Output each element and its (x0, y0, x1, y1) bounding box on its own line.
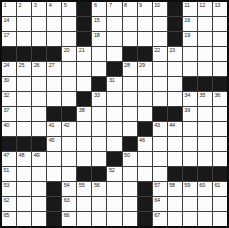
block-r8c12 (168, 107, 182, 121)
clue-number: 13 (214, 3, 220, 9)
cell-r4c7[interactable] (92, 47, 106, 61)
clue-number: 18 (94, 33, 100, 39)
cell-r13c9[interactable] (123, 182, 137, 196)
clue-number: 46 (139, 138, 145, 144)
cell-r9c11[interactable]: 43 (153, 122, 167, 136)
cell-r9c5[interactable]: 42 (62, 122, 76, 136)
block-r7c6 (77, 92, 91, 106)
cell-r4c15[interactable] (213, 47, 227, 61)
cell-r6c2[interactable] (17, 77, 31, 91)
clue-number: 21 (79, 48, 85, 54)
cell-r13c13[interactable]: 59 (183, 182, 197, 196)
cell-r10c15[interactable] (213, 137, 227, 151)
block-r4c4 (47, 47, 61, 61)
clue-number: 41 (49, 123, 55, 129)
cell-r14c1[interactable]: 62 (2, 197, 16, 211)
cell-r15c2[interactable] (17, 212, 31, 226)
cell-r7c4[interactable] (47, 92, 61, 106)
clue-number: 39 (184, 108, 190, 114)
clue-number: 52 (109, 168, 115, 174)
cell-r5c6[interactable] (77, 62, 91, 76)
cell-r10c10[interactable]: 46 (138, 137, 152, 151)
cell-r11c7[interactable] (92, 152, 106, 166)
cell-r9c13[interactable] (183, 122, 197, 136)
block-r4c10 (138, 47, 152, 61)
clue-number: 24 (4, 63, 10, 69)
cell-r4c11[interactable]: 22 (153, 47, 167, 61)
clue-number: 34 (184, 93, 190, 99)
cell-r3c1[interactable]: 17 (2, 32, 16, 46)
cell-r13c15[interactable]: 61 (213, 182, 227, 196)
cell-r14c12[interactable] (168, 197, 182, 211)
cell-r8c10[interactable] (138, 107, 152, 121)
cell-r3c8[interactable] (107, 32, 121, 46)
cell-r8c1[interactable]: 37 (2, 107, 16, 121)
block-r12c6 (77, 167, 91, 181)
clue-number: 14 (4, 18, 10, 24)
cell-r2c3[interactable] (32, 17, 46, 31)
block-r10c3 (32, 137, 46, 151)
clue-number: 12 (199, 3, 205, 9)
cell-r13c8[interactable] (107, 182, 121, 196)
cell-r4c6[interactable]: 21 (77, 47, 91, 61)
block-r4c3 (32, 47, 46, 61)
cell-r14c8[interactable] (107, 197, 121, 211)
clue-number: 45 (49, 138, 55, 144)
cell-r15c12[interactable] (168, 212, 182, 226)
block-r11c8 (107, 152, 121, 166)
clue-number: 57 (154, 183, 160, 189)
cell-r1c7[interactable]: 6 (92, 2, 106, 16)
block-r5c8 (107, 62, 121, 76)
block-r12c12 (168, 167, 182, 181)
cell-r3c14[interactable] (198, 32, 212, 46)
cell-r2c2[interactable] (17, 17, 31, 31)
cell-r1c11[interactable]: 10 (153, 2, 167, 16)
cell-r12c10[interactable] (138, 167, 152, 181)
cell-r6c9[interactable] (123, 77, 137, 91)
cell-r6c4[interactable] (47, 77, 61, 91)
cell-r7c9[interactable] (123, 92, 137, 106)
cell-r4c13[interactable] (183, 47, 197, 61)
clue-number: 5 (64, 3, 67, 9)
cell-r11c1[interactable]: 47 (2, 152, 16, 166)
cell-r14c3[interactable] (32, 197, 46, 211)
cell-r10c8[interactable] (107, 137, 121, 151)
cell-r1c14[interactable]: 12 (198, 2, 212, 16)
cell-r15c8[interactable] (107, 212, 121, 226)
clue-number: 60 (199, 183, 205, 189)
block-r12c13 (183, 167, 197, 181)
clue-number: 4 (49, 3, 52, 9)
cell-r13c12[interactable]: 58 (168, 182, 182, 196)
block-r8c5 (62, 107, 76, 121)
cell-r5c1[interactable]: 24 (2, 62, 16, 76)
block-r3c12 (168, 32, 182, 46)
clue-number: 44 (169, 123, 175, 129)
block-r6c14 (198, 77, 212, 91)
block-r4c1 (2, 47, 16, 61)
cell-r7c1[interactable]: 32 (2, 92, 16, 106)
block-r10c2 (17, 137, 31, 151)
clue-number: 25 (19, 63, 25, 69)
clue-number: 40 (4, 123, 10, 129)
clue-number: 17 (4, 33, 10, 39)
cell-r7c2[interactable] (17, 92, 31, 106)
cell-r10c7[interactable] (92, 137, 106, 151)
cell-r7c7[interactable]: 33 (92, 92, 106, 106)
cell-r13c1[interactable]: 53 (2, 182, 16, 196)
clue-number: 56 (94, 183, 100, 189)
cell-r3c7[interactable]: 18 (92, 32, 106, 46)
cell-r14c2[interactable] (17, 197, 31, 211)
cell-r9c2[interactable] (17, 122, 31, 136)
clue-number: 31 (109, 78, 115, 84)
cell-r12c1[interactable]: 51 (2, 167, 16, 181)
cell-r12c8[interactable]: 52 (107, 167, 121, 181)
cell-r14c14[interactable] (198, 197, 212, 211)
clue-number: 9 (139, 3, 142, 9)
clue-number: 6 (94, 3, 97, 9)
block-r6c13 (183, 77, 197, 91)
cell-r11c6[interactable] (77, 152, 91, 166)
cell-r7c14[interactable]: 35 (198, 92, 212, 106)
clue-number: 20 (64, 48, 70, 54)
clue-number: 16 (184, 18, 190, 24)
clue-number: 42 (64, 123, 70, 129)
cell-r15c15[interactable] (213, 212, 227, 226)
cell-r9c12[interactable]: 44 (168, 122, 182, 136)
cell-r9c1[interactable]: 40 (2, 122, 16, 136)
cell-r14c7[interactable] (92, 197, 106, 211)
cell-r1c2[interactable]: 2 (17, 2, 31, 16)
cell-r1c15[interactable]: 13 (213, 2, 227, 16)
clue-number: 15 (94, 18, 100, 24)
cell-r8c3[interactable] (32, 107, 46, 121)
cell-r9c7[interactable] (92, 122, 106, 136)
clue-number: 38 (79, 108, 85, 114)
cell-r9c15[interactable] (213, 122, 227, 136)
cell-r13c6[interactable]: 55 (77, 182, 91, 196)
cell-r12c5[interactable] (62, 167, 76, 181)
cell-r13c14[interactable]: 60 (198, 182, 212, 196)
cell-r1c3[interactable]: 3 (32, 2, 46, 16)
cell-r7c8[interactable] (107, 92, 121, 106)
cell-r11c11[interactable] (153, 152, 167, 166)
cell-r4c8[interactable] (107, 47, 121, 61)
cell-r8c13[interactable]: 39 (183, 107, 197, 121)
cell-r15c3[interactable] (32, 212, 46, 226)
cell-r11c9[interactable]: 50 (123, 152, 137, 166)
cell-r7c15[interactable]: 36 (213, 92, 227, 106)
cell-r7c10[interactable] (138, 92, 152, 106)
cell-r13c2[interactable] (17, 182, 31, 196)
cell-r15c9[interactable] (123, 212, 137, 226)
cell-r1c5[interactable]: 5 (62, 2, 76, 16)
cell-r11c2[interactable]: 48 (17, 152, 31, 166)
cell-r4c12[interactable]: 23 (168, 47, 182, 61)
cell-r6c5[interactable] (62, 77, 76, 91)
clue-number: 10 (154, 3, 160, 9)
cell-r8c2[interactable] (17, 107, 31, 121)
block-r10c9 (123, 137, 137, 151)
cell-r15c6[interactable] (77, 212, 91, 226)
crossword-board: 1234567891011121314151617181920212223242… (0, 0, 229, 228)
clue-number: 59 (184, 183, 190, 189)
cell-r14c13[interactable] (183, 197, 197, 211)
cell-r5c9[interactable]: 28 (123, 62, 137, 76)
cell-r14c11[interactable]: 64 (153, 197, 167, 211)
cell-r1c10[interactable]: 9 (138, 2, 152, 16)
cell-r3c15[interactable] (213, 32, 227, 46)
block-r1c6 (77, 2, 91, 16)
cell-r3c11[interactable] (153, 32, 167, 46)
cell-r10c14[interactable] (198, 137, 212, 151)
clue-number: 64 (154, 198, 160, 204)
clue-number: 1 (4, 3, 7, 9)
cell-r5c3[interactable]: 26 (32, 62, 46, 76)
cell-r2c15[interactable] (213, 17, 227, 31)
block-r3c6 (77, 32, 91, 46)
cell-r14c6[interactable] (77, 197, 91, 211)
cell-r1c4[interactable]: 4 (47, 2, 61, 16)
block-r14c4 (47, 197, 61, 211)
clue-number: 32 (4, 93, 10, 99)
cell-r9c8[interactable] (107, 122, 121, 136)
cell-r6c12[interactable] (168, 77, 182, 91)
block-r2c6 (77, 17, 91, 31)
cell-r2c8[interactable] (107, 17, 121, 31)
cell-r5c10[interactable]: 29 (138, 62, 152, 76)
cell-r11c14[interactable] (198, 152, 212, 166)
cell-r14c15[interactable] (213, 197, 227, 211)
cell-r9c14[interactable] (198, 122, 212, 136)
cell-r11c3[interactable]: 49 (32, 152, 46, 166)
cell-r9c9[interactable] (123, 122, 137, 136)
cell-r8c7[interactable] (92, 107, 106, 121)
cell-r2c5[interactable] (62, 17, 76, 31)
cell-r8c14[interactable] (198, 107, 212, 121)
cell-r13c3[interactable] (32, 182, 46, 196)
cell-r9c3[interactable] (32, 122, 46, 136)
cell-r2c9[interactable] (123, 17, 137, 31)
clue-number: 2 (19, 3, 22, 9)
cell-r5c5[interactable] (62, 62, 76, 76)
clue-number: 47 (4, 153, 10, 159)
clue-number: 37 (4, 108, 10, 114)
cell-r1c9[interactable]: 8 (123, 2, 137, 16)
cell-r5c14[interactable] (198, 62, 212, 76)
clue-number: 67 (154, 213, 160, 219)
cell-r5c2[interactable]: 25 (17, 62, 31, 76)
cell-r6c10[interactable] (138, 77, 152, 91)
cell-r5c12[interactable] (168, 62, 182, 76)
cell-r2c1[interactable]: 14 (2, 17, 16, 31)
cell-r1c1[interactable]: 1 (2, 2, 16, 16)
clue-number: 36 (214, 93, 220, 99)
block-r12c7 (92, 167, 106, 181)
cell-r10c13[interactable] (183, 137, 197, 151)
cell-r11c12[interactable] (168, 152, 182, 166)
block-r2c12 (168, 17, 182, 31)
cell-r6c8[interactable]: 31 (107, 77, 121, 91)
cell-r15c7[interactable] (92, 212, 106, 226)
block-r12c14 (198, 167, 212, 181)
cell-r12c9[interactable] (123, 167, 137, 181)
clue-number: 62 (4, 198, 10, 204)
cell-r2c10[interactable] (138, 17, 152, 31)
cell-r6c3[interactable] (32, 77, 46, 91)
cell-r11c10[interactable] (138, 152, 152, 166)
cell-r8c6[interactable]: 38 (77, 107, 91, 121)
cell-r5c15[interactable] (213, 62, 227, 76)
cell-r10c12[interactable] (168, 137, 182, 151)
clue-number: 3 (34, 3, 37, 9)
cell-r13c5[interactable]: 54 (62, 182, 76, 196)
block-r10c1 (2, 137, 16, 151)
clue-number: 63 (64, 198, 70, 204)
block-r15c10 (138, 212, 152, 226)
cell-r3c10[interactable] (138, 32, 152, 46)
cell-r9c4[interactable]: 41 (47, 122, 61, 136)
cell-r1c13[interactable]: 11 (183, 2, 197, 16)
cell-r2c4[interactable] (47, 17, 61, 31)
clue-number: 65 (4, 213, 10, 219)
cell-r8c9[interactable] (123, 107, 137, 121)
cell-r13c11[interactable]: 57 (153, 182, 167, 196)
clue-number: 22 (154, 48, 160, 54)
cell-r3c13[interactable]: 19 (183, 32, 197, 46)
cell-r4c5[interactable]: 20 (62, 47, 76, 61)
block-r1c12 (168, 2, 182, 16)
clue-number: 51 (4, 168, 10, 174)
cell-r9c6[interactable] (77, 122, 91, 136)
cell-r6c1[interactable]: 30 (2, 77, 16, 91)
block-r8c11 (153, 107, 167, 121)
clue-number: 29 (139, 63, 145, 69)
block-r8c4 (47, 107, 61, 121)
cell-r12c2[interactable] (17, 167, 31, 181)
cell-r12c11[interactable] (153, 167, 167, 181)
cell-r8c8[interactable] (107, 107, 121, 121)
cell-r10c4[interactable]: 45 (47, 137, 61, 151)
cell-r15c11[interactable]: 67 (153, 212, 167, 226)
cell-r15c13[interactable] (183, 212, 197, 226)
cell-r10c5[interactable] (62, 137, 76, 151)
block-r9c10 (138, 122, 152, 136)
clue-number: 58 (169, 183, 175, 189)
clue-number: 8 (124, 3, 127, 9)
block-r6c15 (213, 77, 227, 91)
clue-number: 35 (199, 93, 205, 99)
cell-r10c6[interactable] (77, 137, 91, 151)
cell-r3c2[interactable] (17, 32, 31, 46)
clue-number: 53 (4, 183, 10, 189)
cell-r8c15[interactable] (213, 107, 227, 121)
block-r13c4 (47, 182, 61, 196)
clue-number: 43 (154, 123, 160, 129)
clue-number: 30 (4, 78, 10, 84)
clue-number: 7 (109, 3, 112, 9)
cell-r5c13[interactable] (183, 62, 197, 76)
cell-r6c6[interactable] (77, 77, 91, 91)
block-r14c10 (138, 197, 152, 211)
cell-r15c14[interactable] (198, 212, 212, 226)
cell-r5c11[interactable] (153, 62, 167, 76)
cell-r15c5[interactable]: 66 (62, 212, 76, 226)
cell-r7c3[interactable] (32, 92, 46, 106)
cell-r7c13[interactable]: 34 (183, 92, 197, 106)
cell-r4c14[interactable] (198, 47, 212, 61)
block-r12c15 (213, 167, 227, 181)
cell-r6c11[interactable] (153, 77, 167, 91)
cell-r7c12[interactable] (168, 92, 182, 106)
clue-number: 11 (184, 3, 189, 9)
clue-number: 48 (19, 153, 25, 159)
clue-number: 23 (169, 48, 175, 54)
clue-number: 50 (124, 153, 130, 159)
cell-r12c4[interactable] (47, 167, 61, 181)
cell-r5c4[interactable]: 27 (47, 62, 61, 76)
cell-r11c13[interactable] (183, 152, 197, 166)
cell-r5c7[interactable] (92, 62, 106, 76)
clue-number: 54 (64, 183, 70, 189)
cell-r12c3[interactable] (32, 167, 46, 181)
cell-r2c14[interactable] (198, 17, 212, 31)
cell-r7c11[interactable] (153, 92, 167, 106)
clue-number: 61 (214, 183, 220, 189)
clue-number: 26 (34, 63, 40, 69)
cell-r11c15[interactable] (213, 152, 227, 166)
cell-r2c11[interactable] (153, 17, 167, 31)
cell-r15c1[interactable]: 65 (2, 212, 16, 226)
clue-number: 66 (64, 213, 70, 219)
clue-number: 19 (184, 33, 190, 39)
cell-r3c9[interactable] (123, 32, 137, 46)
cell-r2c13[interactable]: 16 (183, 17, 197, 31)
block-r6c7 (92, 77, 106, 91)
block-r4c2 (17, 47, 31, 61)
cell-r3c4[interactable] (47, 32, 61, 46)
cell-r3c5[interactable] (62, 32, 76, 46)
cell-r13c7[interactable]: 56 (92, 182, 106, 196)
cell-r10c11[interactable] (153, 137, 167, 151)
clue-number: 49 (34, 153, 40, 159)
cell-r2c7[interactable]: 15 (92, 17, 106, 31)
cell-r11c4[interactable] (47, 152, 61, 166)
clue-number: 55 (79, 183, 85, 189)
cell-r14c9[interactable] (123, 197, 137, 211)
cell-r3c3[interactable] (32, 32, 46, 46)
clue-number: 27 (49, 63, 55, 69)
cell-r11c5[interactable] (62, 152, 76, 166)
cell-r7c5[interactable] (62, 92, 76, 106)
cell-r1c8[interactable]: 7 (107, 2, 121, 16)
block-r15c4 (47, 212, 61, 226)
clue-number: 33 (94, 93, 100, 99)
cell-r14c5[interactable]: 63 (62, 197, 76, 211)
clue-number: 28 (124, 63, 130, 69)
block-r13c10 (138, 182, 152, 196)
block-r4c9 (123, 47, 137, 61)
